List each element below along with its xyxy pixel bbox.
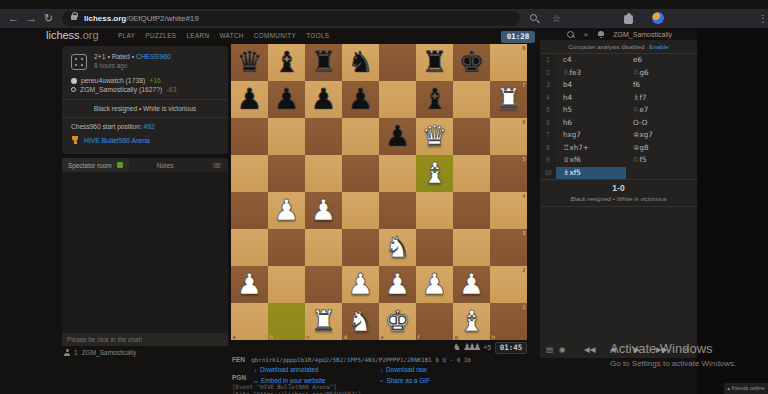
- piece-white-rook[interactable]: ♜: [305, 303, 342, 340]
- move-number: 6: [540, 117, 556, 130]
- move-black[interactable]: O-O: [626, 117, 697, 130]
- file-label-e: e: [381, 334, 384, 340]
- zoom-icon[interactable]: [530, 14, 537, 21]
- square-f6[interactable]: ♛: [416, 118, 453, 155]
- square-e1[interactable]: ♚e: [379, 303, 416, 340]
- move-row-1: 1c4e6: [540, 54, 697, 67]
- square-g6[interactable]: [453, 118, 490, 155]
- game-result-text: Black resigned • White is victorious: [71, 100, 219, 112]
- square-b8[interactable]: ♝: [268, 44, 305, 81]
- square-b3[interactable]: [268, 229, 305, 266]
- square-b7[interactable]: ♟: [268, 81, 305, 118]
- move-white[interactable]: ♘fe3: [556, 67, 626, 80]
- person-icon: [64, 349, 70, 356]
- piece-black-pawn[interactable]: ♟: [305, 81, 342, 118]
- file-label-c: c: [307, 334, 310, 340]
- move-number: 3: [540, 79, 556, 92]
- analysis-disabled-text: Computer analysis disabled: [568, 43, 644, 50]
- game-meta-box: 2+1 • Rated • CHESS960 8 hours ago pereu…: [62, 46, 228, 154]
- move-number: 5: [540, 104, 556, 117]
- pgn-links: ↓Download annotated↓Download raw‹›Embed …: [254, 366, 528, 384]
- enable-analysis-button[interactable]: Enable: [649, 43, 668, 50]
- extensions-icon[interactable]: [624, 15, 633, 24]
- player-row: ZGM_Samostically (1627?)-63: [71, 85, 219, 94]
- move-row-9: 9♕xf6♘f5: [540, 154, 697, 167]
- close-icon[interactable]: ×: [584, 30, 589, 39]
- analysis-board-icon[interactable]: ▤: [546, 345, 553, 354]
- tab-spectator-room[interactable]: Spectator room: [62, 158, 129, 172]
- piece-black-pawn[interactable]: ♟: [231, 81, 268, 118]
- gamebook-icon[interactable]: ◉: [559, 345, 566, 354]
- browser-profile-avatar[interactable]: [652, 12, 664, 24]
- square-e6[interactable]: ♟: [379, 118, 416, 155]
- file-label-f: f: [418, 334, 420, 340]
- game-time-ago: 8 hours ago: [94, 62, 171, 69]
- tournament-link[interactable]: HIVE Bullet960 Arena: [71, 130, 219, 145]
- move-black[interactable]: ♔xg7: [626, 129, 697, 142]
- result-status: Black resigned • White is victorious: [540, 195, 697, 202]
- captured-pawns-icon: ♟♟♟: [463, 342, 481, 352]
- nav-item-learn[interactable]: LEARN: [186, 32, 209, 39]
- rank-label-3: 3: [522, 230, 525, 236]
- move-number: 8: [540, 142, 556, 155]
- square-c7[interactable]: ♟: [305, 81, 342, 118]
- square-d8[interactable]: ♞: [342, 44, 379, 81]
- result-block: 1-0 Black resigned • White is victorious: [540, 179, 697, 207]
- phone-icon[interactable]: ☏: [212, 161, 222, 170]
- chess-board: ♛♝♜♞♜♚8♟♟♟♟♝♜7♟♛6♝5♟♟4♞3♟♟♟♟♟2ab♜c♞d♚ef♝…: [231, 44, 527, 340]
- piece-white-pawn[interactable]: ♟: [453, 266, 490, 303]
- piece-white-bishop[interactable]: ♝: [416, 155, 453, 192]
- square-e2[interactable]: ♟: [379, 266, 416, 303]
- variant-link[interactable]: CHESS960: [136, 53, 171, 60]
- chat-toggle-indicator[interactable]: [117, 162, 123, 168]
- game-setup-line: 2+1 • Rated • CHESS960: [94, 53, 171, 60]
- square-a1[interactable]: a: [231, 303, 268, 340]
- piece-black-pawn[interactable]: ♟: [379, 118, 416, 155]
- square-c3[interactable]: [305, 229, 342, 266]
- square-b5[interactable]: [268, 155, 305, 192]
- captured-knight-icon: ♞: [453, 342, 461, 352]
- square-e4[interactable]: [379, 192, 416, 229]
- url-host: lichess.org: [84, 14, 126, 23]
- square-g7[interactable]: [453, 81, 490, 118]
- square-f1[interactable]: f: [416, 303, 453, 340]
- piece-white-knight[interactable]: ♞: [342, 303, 379, 340]
- piece-white-bishop[interactable]: ♝: [453, 303, 490, 340]
- square-a4[interactable]: [231, 192, 268, 229]
- square-h6[interactable]: 6: [490, 118, 527, 155]
- square-d3[interactable]: [342, 229, 379, 266]
- captured-pieces: ♞ ♟♟♟ +5: [453, 342, 491, 352]
- piece-black-pawn[interactable]: ♟: [342, 81, 379, 118]
- browser-menu-icon[interactable]: ⋮: [758, 12, 768, 25]
- piece-white-king[interactable]: ♚: [379, 303, 416, 340]
- file-label-d: d: [344, 334, 348, 340]
- move-row-8: 8♖xh7+♔g8: [540, 142, 697, 155]
- move-white[interactable]: b4: [556, 79, 626, 92]
- url-path: /0EfQUfP2/white#19: [126, 14, 198, 23]
- chess960-die-icon: [71, 54, 87, 70]
- rank-label-8: 8: [522, 45, 525, 51]
- square-b6[interactable]: [268, 118, 305, 155]
- players-list: pereu4uwatch (1738)+16ZGM_Samostically (…: [71, 76, 219, 94]
- square-d1[interactable]: ♞d: [342, 303, 379, 340]
- link-icon: ‹›: [254, 378, 258, 384]
- square-a7[interactable]: ♟: [231, 81, 268, 118]
- bell-icon[interactable]: [597, 31, 604, 38]
- spectator-name[interactable]: ZGM_Samostically: [82, 349, 137, 356]
- rank-label-5: 5: [522, 156, 525, 162]
- back-icon[interactable]: ←: [8, 9, 19, 28]
- square-c5[interactable]: [305, 155, 342, 192]
- file-label-b: b: [270, 334, 274, 340]
- pgn-tag-line: [Site "https://lichess.org/0EfQUfP2"]: [232, 391, 532, 394]
- piece-white-pawn[interactable]: ♟: [231, 266, 268, 303]
- piece-black-knight[interactable]: ♞: [342, 44, 379, 81]
- lichess-logo[interactable]: lichess.org: [46, 29, 99, 41]
- reload-icon[interactable]: ↻: [44, 9, 53, 28]
- rank-label-2: 2: [522, 267, 525, 273]
- square-a5[interactable]: [231, 155, 268, 192]
- square-b1[interactable]: b: [268, 303, 305, 340]
- square-e8[interactable]: [379, 44, 416, 81]
- move-white[interactable]: ♕xf6: [556, 154, 626, 167]
- move-number: 4: [540, 92, 556, 105]
- square-f7[interactable]: ♝: [416, 81, 453, 118]
- square-a8[interactable]: ♛: [231, 44, 268, 81]
- nav-item-community[interactable]: COMMUNITY: [254, 32, 296, 39]
- player-row: pereu4uwatch (1738)+16: [71, 76, 219, 85]
- nav-item-puzzles[interactable]: PUZZLES: [145, 32, 176, 39]
- black-clock: 01:28: [501, 31, 535, 43]
- fen-value[interactable]: qbrn1rk1/pppp1b1R/4pQ2/5B2/1PP5/4N3/P2PP…: [251, 357, 471, 363]
- square-g5[interactable]: [453, 155, 490, 192]
- forward-icon[interactable]: →: [26, 9, 37, 28]
- piece-black-bishop[interactable]: ♝: [416, 81, 453, 118]
- move-row-4: 4h4♗f7: [540, 92, 697, 105]
- pgn-link-embed-in-your-website[interactable]: ‹›Embed in your website: [254, 377, 380, 384]
- square-c1[interactable]: ♜c: [305, 303, 342, 340]
- square-d7[interactable]: ♟: [342, 81, 379, 118]
- square-c6[interactable]: [305, 118, 342, 155]
- rank-label-7: 7: [522, 82, 525, 88]
- move-number: 2: [540, 67, 556, 80]
- square-h5[interactable]: 5: [490, 155, 527, 192]
- move-white[interactable]: ♖xh7+: [556, 142, 626, 155]
- search-icon[interactable]: [567, 31, 575, 39]
- piece-white-pawn[interactable]: ♟: [268, 192, 305, 229]
- move-black[interactable]: e6: [626, 54, 697, 67]
- move-number: 1: [540, 54, 556, 67]
- square-f4[interactable]: [416, 192, 453, 229]
- move-row-3: 3b4f6: [540, 79, 697, 92]
- nav-item-watch[interactable]: WATCH: [219, 32, 243, 39]
- trophy-icon: [71, 136, 79, 145]
- lock-icon: [71, 15, 77, 20]
- piece-black-king[interactable]: ♚: [453, 44, 490, 81]
- move-black[interactable]: ♘f5: [626, 154, 697, 167]
- rating-delta: -63: [166, 86, 176, 93]
- chat-input[interactable]: Please be nice in the chat!: [62, 333, 228, 346]
- rank-label-4: 4: [522, 193, 525, 199]
- piece-black-pawn[interactable]: ♟: [268, 81, 305, 118]
- move-row-10: 10♗xf5: [540, 167, 697, 180]
- square-d5[interactable]: [342, 155, 379, 192]
- pgn-link-share-as-a-gif[interactable]: <Share as a GIF: [380, 377, 528, 384]
- square-e5[interactable]: [379, 155, 416, 192]
- square-a2[interactable]: ♟: [231, 266, 268, 303]
- top-nav: PLAYPUZZLESLEARNWATCHCOMMUNITYTOOLS: [118, 32, 329, 39]
- white-player-icon: [71, 78, 77, 84]
- move-number: 10: [540, 167, 556, 180]
- move-black[interactable]: ♔g8: [626, 142, 697, 155]
- piece-black-rook[interactable]: ♜: [305, 44, 342, 81]
- browser-tab-strip: [0, 0, 768, 9]
- player-name[interactable]: pereu4uwatch (1738): [81, 77, 145, 84]
- move-row-7: 7hxg7♔xg7: [540, 129, 697, 142]
- piece-white-pawn[interactable]: ♟: [379, 266, 416, 303]
- nav-item-tools[interactable]: TOOLS: [306, 32, 329, 39]
- square-f3[interactable]: [416, 229, 453, 266]
- move-black[interactable]: ♘e7: [626, 104, 697, 117]
- move-row-6: 6h6O-O: [540, 117, 697, 130]
- move-white[interactable]: h4: [556, 92, 626, 105]
- pgn-label: PGN: [232, 374, 246, 381]
- square-g1[interactable]: ♝g: [453, 303, 490, 340]
- material-advantage: +5: [483, 344, 491, 351]
- move-white[interactable]: ♗xf5: [556, 167, 626, 180]
- square-a3[interactable]: [231, 229, 268, 266]
- link-icon: ↓: [380, 367, 383, 373]
- square-g2[interactable]: ♟: [453, 266, 490, 303]
- move-row-5: 5h5♘e7: [540, 104, 697, 117]
- square-d4[interactable]: [342, 192, 379, 229]
- piece-black-queen[interactable]: ♛: [231, 44, 268, 81]
- address-bar[interactable]: lichess.org/0EfQUfP2/white#19: [62, 11, 520, 26]
- piece-white-pawn[interactable]: ♟: [305, 192, 342, 229]
- chat-tabs: Spectator room Notes ☏: [62, 158, 228, 172]
- tab-notes[interactable]: Notes: [151, 158, 180, 172]
- browser-toolbar: ← → ↻ lichess.org/0EfQUfP2/white#19 ☆ ⋮: [0, 9, 768, 28]
- move-number: 7: [540, 129, 556, 142]
- file-label-g: g: [455, 334, 459, 340]
- pgn-link-download-annotated[interactable]: ↓Download annotated: [254, 366, 380, 373]
- link-icon: <: [380, 378, 384, 384]
- square-h2[interactable]: 2: [490, 266, 527, 303]
- rating-delta: +16: [149, 77, 161, 84]
- start-position-link[interactable]: 492: [144, 123, 155, 130]
- move-white[interactable]: h6: [556, 117, 626, 130]
- nav-item-play[interactable]: PLAY: [118, 32, 135, 39]
- start-position-line: Chess960 start position: 492: [71, 118, 219, 130]
- square-g8[interactable]: ♚: [453, 44, 490, 81]
- rank-label-1: 1: [522, 304, 525, 310]
- square-f5[interactable]: ♝: [416, 155, 453, 192]
- screen: ← → ↻ lichess.org/0EfQUfP2/white#19 ☆ ⋮ …: [0, 0, 768, 394]
- square-h8[interactable]: 8: [490, 44, 527, 81]
- fen-label: FEN: [232, 356, 245, 363]
- piece-white-pawn[interactable]: ♟: [416, 266, 453, 303]
- square-h3[interactable]: 3: [490, 229, 527, 266]
- square-g3[interactable]: [453, 229, 490, 266]
- piece-white-queen[interactable]: ♛: [416, 118, 453, 155]
- square-f8[interactable]: ♜: [416, 44, 453, 81]
- spectator-count: 1: [74, 349, 78, 356]
- square-c8[interactable]: ♜: [305, 44, 342, 81]
- piece-black-bishop[interactable]: ♝: [268, 44, 305, 81]
- move-black[interactable]: ♘g6: [626, 67, 697, 80]
- move-white[interactable]: c4: [556, 54, 626, 67]
- square-h1[interactable]: 1h: [490, 303, 527, 340]
- username[interactable]: ZGM_Samostically: [613, 31, 672, 38]
- square-b2[interactable]: [268, 266, 305, 303]
- move-black[interactable]: ♗f7: [626, 92, 697, 105]
- square-e3[interactable]: ♞: [379, 229, 416, 266]
- move-white[interactable]: hxg7: [556, 129, 626, 142]
- square-a6[interactable]: [231, 118, 268, 155]
- piece-black-rook[interactable]: ♜: [416, 44, 453, 81]
- rank-label-6: 6: [522, 119, 525, 125]
- file-label-h: h: [492, 334, 496, 340]
- link-icon: ↓: [254, 367, 257, 373]
- analysis-header: Computer analysis disabled Enable: [540, 40, 697, 54]
- square-c2[interactable]: [305, 266, 342, 303]
- pgn-preview: [Event "HIVE Bullet960 Arena"][Site "htt…: [232, 384, 532, 394]
- move-row-2: 2♘fe3♘g6: [540, 67, 697, 80]
- square-h7[interactable]: ♜7: [490, 81, 527, 118]
- chat-messages-area: [62, 172, 228, 333]
- square-c4[interactable]: ♟: [305, 192, 342, 229]
- piece-white-pawn[interactable]: ♟: [342, 266, 379, 303]
- piece-white-knight[interactable]: ♞: [379, 229, 416, 266]
- black-player-icon: [71, 87, 76, 92]
- move-number: 9: [540, 154, 556, 167]
- move-black[interactable]: f6: [626, 79, 697, 92]
- analysis-panel: Computer analysis disabled Enable 1c4e62…: [540, 40, 697, 358]
- under-board-bar: ♞ ♟♟♟ +5 01:45: [231, 342, 527, 354]
- move-list: 1c4e62♘fe3♘g63b4f64h4♗f75h5♘e76h6O-O7hxg…: [540, 54, 697, 179]
- friends-online-bar[interactable]: ▴ friends online: [724, 383, 768, 394]
- spectator-list: 1 ZGM_Samostically: [64, 349, 136, 356]
- bookmark-star-icon[interactable]: ☆: [552, 12, 561, 25]
- file-label-a: a: [233, 334, 236, 340]
- move-black[interactable]: [626, 167, 697, 180]
- square-d2[interactable]: ♟: [342, 266, 379, 303]
- move-white[interactable]: h5: [556, 104, 626, 117]
- square-g4[interactable]: [453, 192, 490, 229]
- result-score: 1-0: [540, 183, 697, 193]
- white-clock: 01:45: [495, 342, 527, 354]
- first-move-icon[interactable]: ◀◀: [584, 345, 596, 354]
- square-d6[interactable]: [342, 118, 379, 155]
- player-name[interactable]: ZGM_Samostically (1627?): [80, 86, 162, 93]
- square-e7[interactable]: [379, 81, 416, 118]
- pgn-link-download-raw[interactable]: ↓Download raw: [380, 366, 528, 373]
- square-f2[interactable]: ♟: [416, 266, 453, 303]
- square-h4[interactable]: 4: [490, 192, 527, 229]
- activate-windows-watermark: Activate Windows Go to Settings to activ…: [610, 341, 736, 368]
- square-b4[interactable]: ♟: [268, 192, 305, 229]
- page-background: [697, 28, 768, 394]
